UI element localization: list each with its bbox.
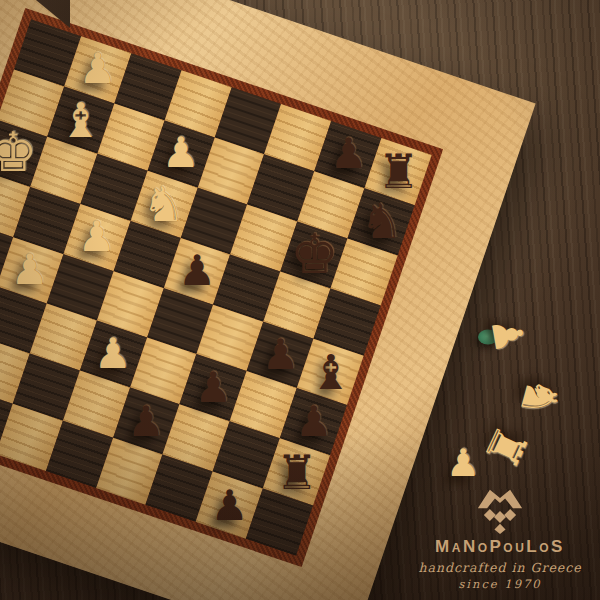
white-king-a6[interactable]: ♚ xyxy=(0,126,38,180)
brand-name: MaNoPouLoS xyxy=(400,537,600,557)
white-pawn-b8[interactable]: ♟ xyxy=(79,49,117,91)
brand-tagline: handcrafted in Greece xyxy=(400,560,600,575)
black-pawn-f3[interactable]: ♟ xyxy=(194,367,232,409)
squares-grid: ♟♝♚♟♞♟♟♟♟♜♞♚♟♟♝♟♟♜♟♟ xyxy=(0,19,432,555)
captured-white-pawn-3[interactable]: ♟ xyxy=(446,444,480,482)
black-knight-h7[interactable]: ♞ xyxy=(360,198,403,246)
black-pawn-g4[interactable]: ♟ xyxy=(261,334,299,376)
captured-white-rook-2[interactable]: ♜ xyxy=(476,419,535,476)
black-bishop-h4[interactable]: ♝ xyxy=(309,348,352,396)
black-pawn-h3[interactable]: ♟ xyxy=(295,401,333,443)
black-pawn-g8[interactable]: ♟ xyxy=(329,134,367,176)
black-pawn-e2[interactable]: ♟ xyxy=(127,400,165,442)
captured-white-knight-1[interactable]: ♞ xyxy=(512,372,567,424)
black-rook-h2[interactable]: ♜ xyxy=(275,449,317,496)
brand-logo: MaNoPouLoS handcrafted in Greece since 1… xyxy=(400,486,600,591)
brand-since: since 1970 xyxy=(400,577,600,591)
black-pawn-g1[interactable]: ♟ xyxy=(211,484,249,526)
white-bishop-b7[interactable]: ♝ xyxy=(59,96,102,144)
photo-stage: ♟♝♚♟♞♟♟♟♟♜♞♚♟♟♝♟♟♜♟♟ ♟♞♜♟ MaNoPouLoS han… xyxy=(0,0,600,600)
captured-white-pawn-0[interactable]: ♟ xyxy=(485,314,531,356)
white-pawn-b4[interactable]: ♟ xyxy=(11,249,49,291)
white-pawn-d7[interactable]: ♟ xyxy=(162,133,200,175)
logo-mark-icon xyxy=(474,486,526,534)
white-knight-d6[interactable]: ♞ xyxy=(142,180,185,228)
board-red-border: ♟♝♚♟♞♟♟♟♟♜♞♚♟♟♝♟♟♜♟♟ xyxy=(0,8,443,567)
white-pawn-d3[interactable]: ♟ xyxy=(94,333,132,375)
white-pawn-c5[interactable]: ♟ xyxy=(78,216,116,258)
black-pawn-e5[interactable]: ♟ xyxy=(178,250,216,292)
black-rook-h8[interactable]: ♜ xyxy=(377,148,419,195)
black-king-g6[interactable]: ♚ xyxy=(290,228,338,282)
